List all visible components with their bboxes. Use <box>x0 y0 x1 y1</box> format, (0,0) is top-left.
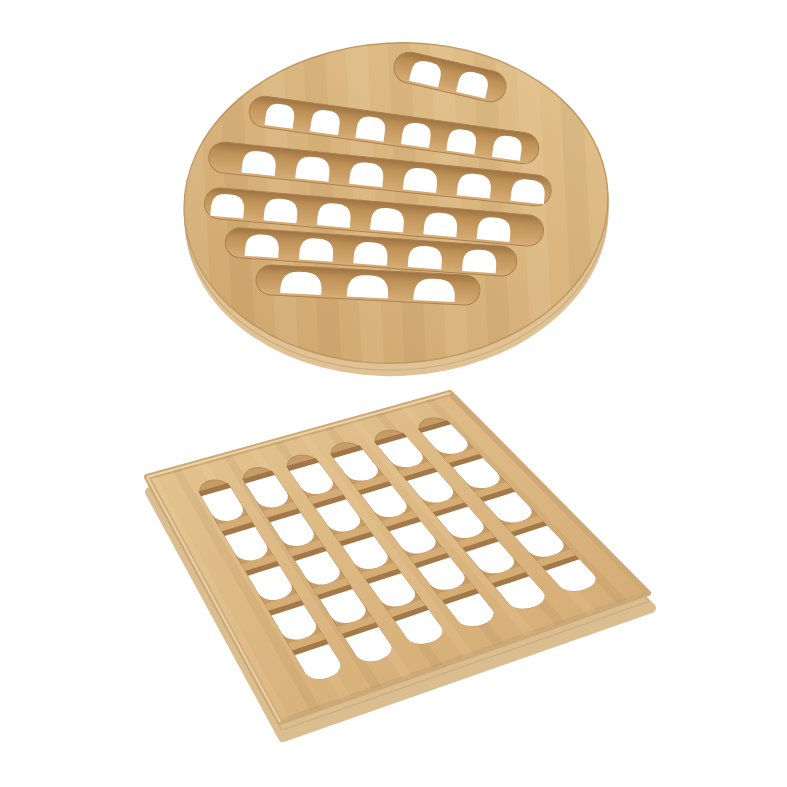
square-trivet <box>147 393 651 737</box>
product-photo <box>0 0 787 787</box>
trivet-scene <box>0 0 787 787</box>
round-trivet <box>175 19 617 388</box>
